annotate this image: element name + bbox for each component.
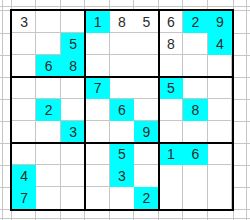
cell-r6c5[interactable]: [110, 121, 134, 143]
cell-r1c4[interactable]: 1: [85, 11, 109, 33]
gridline-horizontal: [0, 6, 250, 7]
cell-r9c9[interactable]: [208, 187, 232, 209]
cell-r8c9[interactable]: [208, 165, 232, 187]
cell-r9c5[interactable]: [110, 187, 134, 209]
cell-r9c8[interactable]: [183, 187, 207, 209]
cell-r7c5[interactable]: 5: [110, 143, 134, 165]
cell-r1c3[interactable]: [61, 11, 85, 33]
cell-r4c2[interactable]: [36, 77, 60, 99]
cell-r4c6[interactable]: [134, 77, 158, 99]
cell-r6c6[interactable]: 9: [134, 121, 158, 143]
cell-r9c4[interactable]: [85, 187, 109, 209]
cell-r5c1[interactable]: [12, 99, 36, 121]
cell-r5c2[interactable]: 2: [36, 99, 60, 121]
cell-r3c5[interactable]: [110, 55, 134, 77]
cell-r2c1[interactable]: [12, 33, 36, 55]
cell-r9c7[interactable]: [159, 187, 183, 209]
cell-r8c5[interactable]: 3: [110, 165, 134, 187]
cell-r7c9[interactable]: [208, 143, 232, 165]
cell-r5c3[interactable]: [61, 99, 85, 121]
cell-r9c2[interactable]: [36, 187, 60, 209]
cell-r8c8[interactable]: [183, 165, 207, 187]
cell-r5c4[interactable]: [85, 99, 109, 121]
gridline-horizontal: [0, 218, 250, 219]
cell-r8c3[interactable]: [61, 165, 85, 187]
cell-r6c2[interactable]: [36, 121, 60, 143]
cell-r5c5[interactable]: 6: [110, 99, 134, 121]
cell-r5c6[interactable]: [134, 99, 158, 121]
cell-r2c6[interactable]: [134, 33, 158, 55]
cell-r6c4[interactable]: [85, 121, 109, 143]
block-divider-horizontal-1: [12, 76, 232, 78]
cell-r8c2[interactable]: [36, 165, 60, 187]
cell-r1c2[interactable]: [36, 11, 60, 33]
cell-r2c8[interactable]: [183, 33, 207, 55]
cell-r6c3[interactable]: 3: [61, 121, 85, 143]
cell-r2c9[interactable]: 4: [208, 33, 232, 55]
block-divider-vertical-2: [158, 11, 160, 209]
cell-r6c8[interactable]: [183, 121, 207, 143]
cell-r3c4[interactable]: [85, 55, 109, 77]
cell-r6c7[interactable]: [159, 121, 183, 143]
cell-r8c7[interactable]: [159, 165, 183, 187]
cell-r5c7[interactable]: [159, 99, 183, 121]
cell-r7c6[interactable]: [134, 143, 158, 165]
cell-r6c9[interactable]: [208, 121, 232, 143]
cell-r2c3[interactable]: 5: [61, 33, 85, 55]
cell-r4c4[interactable]: 7: [85, 77, 109, 99]
cell-r8c6[interactable]: [134, 165, 158, 187]
cell-r4c5[interactable]: [110, 77, 134, 99]
cell-r6c1[interactable]: [12, 121, 36, 143]
cell-r5c8[interactable]: 8: [183, 99, 207, 121]
cell-r5c9[interactable]: [208, 99, 232, 121]
cell-r4c1[interactable]: [12, 77, 36, 99]
cell-r2c2[interactable]: [36, 33, 60, 55]
cell-r3c8[interactable]: [183, 55, 207, 77]
cell-r1c9[interactable]: 9: [208, 11, 232, 33]
cell-r4c8[interactable]: [183, 77, 207, 99]
cell-r7c2[interactable]: [36, 143, 60, 165]
cell-r4c3[interactable]: [61, 77, 85, 99]
cell-r2c4[interactable]: [85, 33, 109, 55]
cell-r1c6[interactable]: 5: [134, 11, 158, 33]
cell-r4c7[interactable]: 5: [159, 77, 183, 99]
cell-r1c8[interactable]: 2: [183, 11, 207, 33]
cell-r3c1[interactable]: [12, 55, 36, 77]
cell-r7c8[interactable]: 6: [183, 143, 207, 165]
cell-r9c6[interactable]: 2: [134, 187, 158, 209]
cell-r8c1[interactable]: 4: [12, 165, 36, 187]
cell-r3c9[interactable]: [208, 55, 232, 77]
cell-r1c1[interactable]: 3: [12, 11, 36, 33]
cell-r2c7[interactable]: 8: [159, 33, 183, 55]
cell-r3c2[interactable]: 6: [36, 55, 60, 77]
cell-r3c7[interactable]: [159, 55, 183, 77]
cell-r7c1[interactable]: [12, 143, 36, 165]
cell-r7c7[interactable]: 1: [159, 143, 183, 165]
cell-r2c5[interactable]: [110, 33, 134, 55]
cell-r1c5[interactable]: 8: [110, 11, 134, 33]
sudoku-board: 31856295846875268395164372: [10, 9, 234, 211]
sudoku-canvas: 31856295846875268395164372: [0, 0, 250, 220]
cell-r8c4[interactable]: [85, 165, 109, 187]
cell-r3c6[interactable]: [134, 55, 158, 77]
cell-r3c3[interactable]: 8: [61, 55, 85, 77]
cell-r1c7[interactable]: 6: [159, 11, 183, 33]
cell-r9c1[interactable]: 7: [12, 187, 36, 209]
block-divider-horizontal-2: [12, 142, 232, 144]
cell-r4c9[interactable]: [208, 77, 232, 99]
cell-r7c3[interactable]: [61, 143, 85, 165]
cell-r7c4[interactable]: [85, 143, 109, 165]
block-divider-vertical-1: [84, 11, 86, 209]
cell-r9c3[interactable]: [61, 187, 85, 209]
